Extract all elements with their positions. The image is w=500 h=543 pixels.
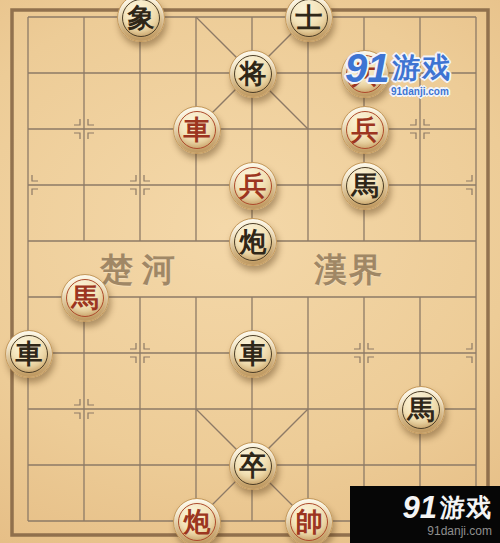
piece-glyph: 車: [230, 331, 276, 377]
piece-glyph: 馬: [62, 275, 108, 321]
piece-glyph: 炮: [174, 499, 220, 543]
piece-black-soldier[interactable]: 卒: [229, 442, 277, 490]
watermark-bottom-logo: 91: [403, 493, 437, 523]
piece-black-chariot[interactable]: 車: [5, 330, 53, 378]
piece-black-elephant[interactable]: 象: [117, 0, 165, 42]
piece-black-cannon[interactable]: 炮: [229, 218, 277, 266]
piece-red-horse[interactable]: 馬: [61, 274, 109, 322]
piece-glyph: 兵: [342, 107, 388, 153]
piece-black-advisor[interactable]: 士: [285, 0, 333, 42]
watermark-top: 91 游戏 91danji.com: [345, 48, 470, 97]
piece-red-general[interactable]: 帥: [285, 498, 333, 543]
river-label-han-jie: 漢界: [314, 248, 384, 293]
piece-black-horse[interactable]: 馬: [397, 386, 445, 434]
xiangqi-board[interactable]: 楚河 漢界 象士将兵車兵兵馬炮馬車車馬卒炮帥 91 游戏 91danji.com…: [0, 0, 500, 543]
piece-black-horse[interactable]: 馬: [341, 162, 389, 210]
piece-glyph: 馬: [342, 163, 388, 209]
piece-glyph: 将: [230, 51, 276, 97]
watermark-bottom-url: 91danji.com: [427, 524, 492, 538]
piece-black-chariot[interactable]: 車: [229, 330, 277, 378]
watermark-top-logo: 91: [345, 48, 390, 88]
piece-glyph: 象: [118, 0, 164, 41]
piece-glyph: 馬: [398, 387, 444, 433]
piece-red-soldier[interactable]: 兵: [341, 106, 389, 154]
piece-glyph: 士: [286, 0, 332, 41]
piece-black-general[interactable]: 将: [229, 50, 277, 98]
piece-glyph: 兵: [230, 163, 276, 209]
piece-red-cannon[interactable]: 炮: [173, 498, 221, 543]
piece-glyph: 卒: [230, 443, 276, 489]
watermark-top-name: 游戏: [393, 49, 453, 87]
piece-glyph: 車: [174, 107, 220, 153]
piece-red-chariot[interactable]: 車: [173, 106, 221, 154]
piece-red-soldier[interactable]: 兵: [229, 162, 277, 210]
piece-glyph: 帥: [286, 499, 332, 543]
piece-glyph: 炮: [230, 219, 276, 265]
watermark-top-url: 91danji.com: [391, 86, 470, 97]
watermark-bottom: 91 游戏 91danji.com: [350, 486, 500, 543]
river-label-chu-he: 楚河: [100, 248, 184, 293]
piece-glyph: 車: [6, 331, 52, 377]
watermark-bottom-name: 游戏: [440, 491, 492, 524]
